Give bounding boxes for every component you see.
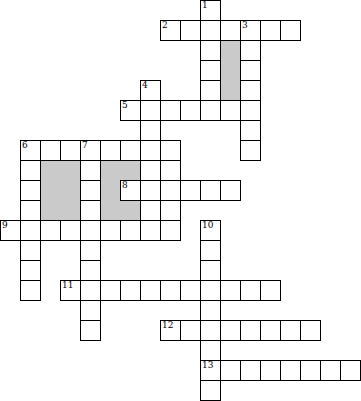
cell[interactable] xyxy=(280,360,301,381)
cell[interactable] xyxy=(80,280,101,301)
cell[interactable] xyxy=(180,180,201,201)
cell[interactable] xyxy=(160,100,181,121)
cell[interactable]: 3 xyxy=(240,20,261,41)
cell[interactable] xyxy=(240,280,261,301)
cell[interactable] xyxy=(200,280,221,301)
cell[interactable] xyxy=(80,220,101,241)
cell[interactable] xyxy=(140,100,161,121)
cell[interactable]: 6 xyxy=(20,140,41,161)
cell[interactable] xyxy=(100,220,121,241)
cell[interactable] xyxy=(300,360,321,381)
clue-number: 9 xyxy=(2,221,8,230)
cell[interactable] xyxy=(200,40,221,61)
cell[interactable]: 7 xyxy=(80,140,101,161)
clue-number: 3 xyxy=(242,21,248,30)
clue-number: 12 xyxy=(162,321,173,330)
cell[interactable] xyxy=(160,280,181,301)
shaded-cell[interactable] xyxy=(220,40,241,61)
cell[interactable] xyxy=(120,140,141,161)
cell[interactable] xyxy=(220,100,241,121)
clue-number: 1 xyxy=(202,1,208,10)
cell[interactable] xyxy=(40,140,61,161)
cell[interactable] xyxy=(80,300,101,321)
cell[interactable] xyxy=(220,180,241,201)
cell[interactable] xyxy=(160,160,181,181)
cell[interactable] xyxy=(140,180,161,201)
cell[interactable] xyxy=(20,200,41,221)
cell[interactable] xyxy=(160,220,181,241)
cell[interactable] xyxy=(200,240,221,261)
cell[interactable] xyxy=(180,320,201,341)
cell[interactable] xyxy=(300,320,321,341)
cell[interactable]: 10 xyxy=(200,220,221,241)
cell[interactable] xyxy=(240,120,261,141)
cell[interactable] xyxy=(160,140,181,161)
cell[interactable]: 8 xyxy=(120,180,141,201)
shaded-cell[interactable] xyxy=(220,60,241,81)
cell[interactable] xyxy=(140,140,161,161)
cell[interactable] xyxy=(320,360,341,381)
cell[interactable] xyxy=(120,280,141,301)
cell[interactable] xyxy=(60,140,81,161)
shaded-cell[interactable] xyxy=(40,180,61,201)
cell[interactable] xyxy=(200,100,221,121)
clue-number: 2 xyxy=(162,21,168,30)
cell[interactable] xyxy=(240,40,261,61)
cell[interactable] xyxy=(100,280,121,301)
cell[interactable]: 4 xyxy=(140,80,161,101)
shaded-cell[interactable] xyxy=(60,180,81,201)
cell[interactable] xyxy=(140,200,161,221)
cell[interactable] xyxy=(20,220,41,241)
cell[interactable] xyxy=(180,100,201,121)
shaded-cell[interactable] xyxy=(60,160,81,181)
cell[interactable] xyxy=(20,260,41,281)
clue-number: 11 xyxy=(62,281,73,290)
cell[interactable] xyxy=(280,20,301,41)
shaded-cell[interactable] xyxy=(40,160,61,181)
cell[interactable] xyxy=(240,140,261,161)
cell[interactable] xyxy=(240,80,261,101)
cell[interactable] xyxy=(20,240,41,261)
cell[interactable] xyxy=(160,200,181,221)
cell[interactable] xyxy=(180,280,201,301)
clue-number: 10 xyxy=(202,221,213,230)
cell[interactable]: 11 xyxy=(60,280,81,301)
clue-number: 5 xyxy=(122,101,128,110)
cell[interactable]: 12 xyxy=(160,320,181,341)
cell[interactable] xyxy=(80,180,101,201)
shaded-cell[interactable] xyxy=(100,180,121,201)
cell[interactable] xyxy=(240,60,261,81)
cell[interactable] xyxy=(220,320,241,341)
cell[interactable] xyxy=(200,20,221,41)
shaded-cell[interactable] xyxy=(120,160,141,181)
cell[interactable] xyxy=(220,280,241,301)
cell[interactable] xyxy=(60,220,81,241)
cell[interactable] xyxy=(200,60,221,81)
clue-number: 7 xyxy=(82,141,88,150)
cell[interactable] xyxy=(80,200,101,221)
cell[interactable] xyxy=(200,300,221,321)
clue-number: 8 xyxy=(122,181,128,190)
cell[interactable] xyxy=(140,220,161,241)
clue-number: 4 xyxy=(142,81,148,90)
cell[interactable] xyxy=(200,380,221,401)
cell[interactable] xyxy=(240,320,261,341)
cell[interactable]: 5 xyxy=(120,100,141,121)
cell[interactable] xyxy=(200,320,221,341)
cell[interactable] xyxy=(200,80,221,101)
cell[interactable] xyxy=(280,320,301,341)
cell[interactable] xyxy=(180,20,201,41)
shaded-cell[interactable] xyxy=(60,200,81,221)
cell[interactable] xyxy=(20,180,41,201)
cell[interactable] xyxy=(200,260,221,281)
shaded-cell[interactable] xyxy=(100,200,121,221)
clue-number: 13 xyxy=(202,361,213,370)
cell[interactable] xyxy=(220,360,241,381)
cell[interactable] xyxy=(200,340,221,361)
shaded-cell[interactable] xyxy=(120,200,141,221)
cell[interactable] xyxy=(120,220,141,241)
cell[interactable] xyxy=(20,160,41,181)
shaded-cell[interactable] xyxy=(40,200,61,221)
cell[interactable] xyxy=(260,360,281,381)
cell[interactable] xyxy=(260,320,281,341)
cell[interactable] xyxy=(220,20,241,41)
cell[interactable] xyxy=(340,360,361,381)
cell[interactable] xyxy=(80,260,101,281)
cell[interactable] xyxy=(100,140,121,161)
shaded-cell[interactable] xyxy=(100,160,121,181)
cell[interactable]: 9 xyxy=(0,220,21,241)
cell[interactable]: 13 xyxy=(200,360,221,381)
cell[interactable] xyxy=(140,280,161,301)
cell[interactable] xyxy=(240,100,261,121)
cell[interactable] xyxy=(80,160,101,181)
cell[interactable] xyxy=(240,360,261,381)
cell[interactable]: 1 xyxy=(200,0,221,21)
cell[interactable] xyxy=(140,120,161,141)
cell[interactable] xyxy=(260,20,281,41)
cell[interactable] xyxy=(40,220,61,241)
cell[interactable] xyxy=(260,280,281,301)
crossword-board: 12345678910111213 xyxy=(0,0,361,401)
cell[interactable] xyxy=(80,320,101,341)
cell[interactable] xyxy=(20,280,41,301)
clue-number: 6 xyxy=(22,141,28,150)
shaded-cell[interactable] xyxy=(220,80,241,101)
cell[interactable]: 2 xyxy=(160,20,181,41)
cell[interactable] xyxy=(200,180,221,201)
cell[interactable] xyxy=(80,240,101,261)
cell[interactable] xyxy=(160,180,181,201)
cell[interactable] xyxy=(140,160,161,181)
